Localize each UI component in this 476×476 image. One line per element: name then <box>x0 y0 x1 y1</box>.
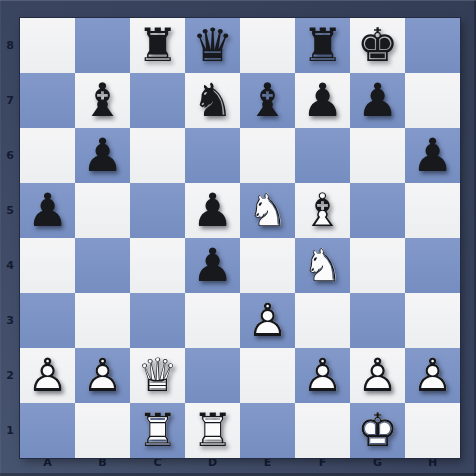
square-f8[interactable]: ♜ <box>295 18 350 73</box>
square-c7[interactable] <box>130 73 185 128</box>
square-d6[interactable] <box>185 128 240 183</box>
rank-label-3: 3 <box>0 293 20 348</box>
rank-label-8: 8 <box>0 18 20 73</box>
white-pawn-g2[interactable]: ♟♙ <box>350 348 405 403</box>
white-pawn-e3[interactable]: ♟♙ <box>240 293 295 348</box>
square-h3[interactable] <box>405 293 460 348</box>
square-e6[interactable] <box>240 128 295 183</box>
white-king-g1[interactable]: ♚♔ <box>350 403 405 458</box>
square-a1[interactable] <box>20 403 75 458</box>
square-a3[interactable] <box>20 293 75 348</box>
square-g7[interactable]: ♟ <box>350 73 405 128</box>
square-f5[interactable]: ♝♗ <box>295 183 350 238</box>
square-h4[interactable] <box>405 238 460 293</box>
black-pawn-d4[interactable]: ♟ <box>185 238 240 293</box>
square-a4[interactable] <box>20 238 75 293</box>
white-pawn-a2[interactable]: ♟♙ <box>20 348 75 403</box>
white-rook-d1[interactable]: ♜♖ <box>185 403 240 458</box>
black-king-g8[interactable]: ♚ <box>350 18 405 73</box>
square-g2[interactable]: ♟♙ <box>350 348 405 403</box>
square-d5[interactable]: ♟ <box>185 183 240 238</box>
square-b1[interactable] <box>75 403 130 458</box>
square-c1[interactable]: ♜♖ <box>130 403 185 458</box>
square-f3[interactable] <box>295 293 350 348</box>
square-d7[interactable]: ♞ <box>185 73 240 128</box>
square-c6[interactable] <box>130 128 185 183</box>
square-g8[interactable]: ♚ <box>350 18 405 73</box>
square-b3[interactable] <box>75 293 130 348</box>
rank-label-1: 1 <box>0 403 20 458</box>
square-d3[interactable] <box>185 293 240 348</box>
white-queen-c2[interactable]: ♛♕ <box>130 348 185 403</box>
square-a7[interactable] <box>20 73 75 128</box>
square-b4[interactable] <box>75 238 130 293</box>
square-e2[interactable] <box>240 348 295 403</box>
square-f7[interactable]: ♟ <box>295 73 350 128</box>
square-e1[interactable] <box>240 403 295 458</box>
black-pawn-d5[interactable]: ♟ <box>185 183 240 238</box>
black-rook-f8[interactable]: ♜ <box>295 18 350 73</box>
rank-label-6: 6 <box>0 128 20 183</box>
white-knight-e5[interactable]: ♞♘ <box>240 183 295 238</box>
black-bishop-b7[interactable]: ♝ <box>75 73 130 128</box>
square-f1[interactable] <box>295 403 350 458</box>
white-pawn-f2[interactable]: ♟♙ <box>295 348 350 403</box>
square-b2[interactable]: ♟♙ <box>75 348 130 403</box>
square-b5[interactable] <box>75 183 130 238</box>
square-f4[interactable]: ♞♘ <box>295 238 350 293</box>
black-pawn-a5[interactable]: ♟ <box>20 183 75 238</box>
square-c4[interactable] <box>130 238 185 293</box>
square-c5[interactable] <box>130 183 185 238</box>
square-h5[interactable] <box>405 183 460 238</box>
square-f2[interactable]: ♟♙ <box>295 348 350 403</box>
square-c2[interactable]: ♛♕ <box>130 348 185 403</box>
rank-label-7: 7 <box>0 73 20 128</box>
square-d2[interactable] <box>185 348 240 403</box>
square-b6[interactable]: ♟ <box>75 128 130 183</box>
square-c8[interactable]: ♜ <box>130 18 185 73</box>
rank-labels: 87654321 <box>0 18 20 458</box>
white-rook-c1[interactable]: ♜♖ <box>130 403 185 458</box>
white-bishop-f5[interactable]: ♝♗ <box>295 183 350 238</box>
square-d8[interactable]: ♛ <box>185 18 240 73</box>
square-h6[interactable]: ♟ <box>405 128 460 183</box>
black-rook-c8[interactable]: ♜ <box>130 18 185 73</box>
square-b7[interactable]: ♝ <box>75 73 130 128</box>
white-pawn-h2[interactable]: ♟♙ <box>405 348 460 403</box>
square-e8[interactable] <box>240 18 295 73</box>
black-knight-d7[interactable]: ♞ <box>185 73 240 128</box>
black-pawn-g7[interactable]: ♟ <box>350 73 405 128</box>
black-queen-d8[interactable]: ♛ <box>185 18 240 73</box>
square-a8[interactable] <box>20 18 75 73</box>
black-pawn-b6[interactable]: ♟ <box>75 128 130 183</box>
square-d1[interactable]: ♜♖ <box>185 403 240 458</box>
chess-board-frame: 87654321 ABCDEFGH ♜♛♜♚♝♞♝♟♟♟♟♟♟♞♘♝♗♟♞♘♟♙… <box>0 0 476 476</box>
square-a2[interactable]: ♟♙ <box>20 348 75 403</box>
square-g4[interactable] <box>350 238 405 293</box>
square-f6[interactable] <box>295 128 350 183</box>
square-a6[interactable] <box>20 128 75 183</box>
white-knight-f4[interactable]: ♞♘ <box>295 238 350 293</box>
square-a5[interactable]: ♟ <box>20 183 75 238</box>
rank-label-2: 2 <box>0 348 20 403</box>
rank-label-4: 4 <box>0 238 20 293</box>
square-e3[interactable]: ♟♙ <box>240 293 295 348</box>
square-b8[interactable] <box>75 18 130 73</box>
square-e4[interactable] <box>240 238 295 293</box>
chess-board: ♜♛♜♚♝♞♝♟♟♟♟♟♟♞♘♝♗♟♞♘♟♙♟♙♟♙♛♕♟♙♟♙♟♙♜♖♜♖♚♔ <box>20 18 460 458</box>
square-h1[interactable] <box>405 403 460 458</box>
square-g3[interactable] <box>350 293 405 348</box>
square-g1[interactable]: ♚♔ <box>350 403 405 458</box>
rank-label-5: 5 <box>0 183 20 238</box>
square-h2[interactable]: ♟♙ <box>405 348 460 403</box>
square-e5[interactable]: ♞♘ <box>240 183 295 238</box>
square-g6[interactable] <box>350 128 405 183</box>
square-h8[interactable] <box>405 18 460 73</box>
square-d4[interactable]: ♟ <box>185 238 240 293</box>
black-pawn-h6[interactable]: ♟ <box>405 128 460 183</box>
black-pawn-f7[interactable]: ♟ <box>295 73 350 128</box>
square-h7[interactable] <box>405 73 460 128</box>
black-bishop-e7[interactable]: ♝ <box>240 73 295 128</box>
square-c3[interactable] <box>130 293 185 348</box>
white-pawn-b2[interactable]: ♟♙ <box>75 348 130 403</box>
square-e7[interactable]: ♝ <box>240 73 295 128</box>
square-g5[interactable] <box>350 183 405 238</box>
